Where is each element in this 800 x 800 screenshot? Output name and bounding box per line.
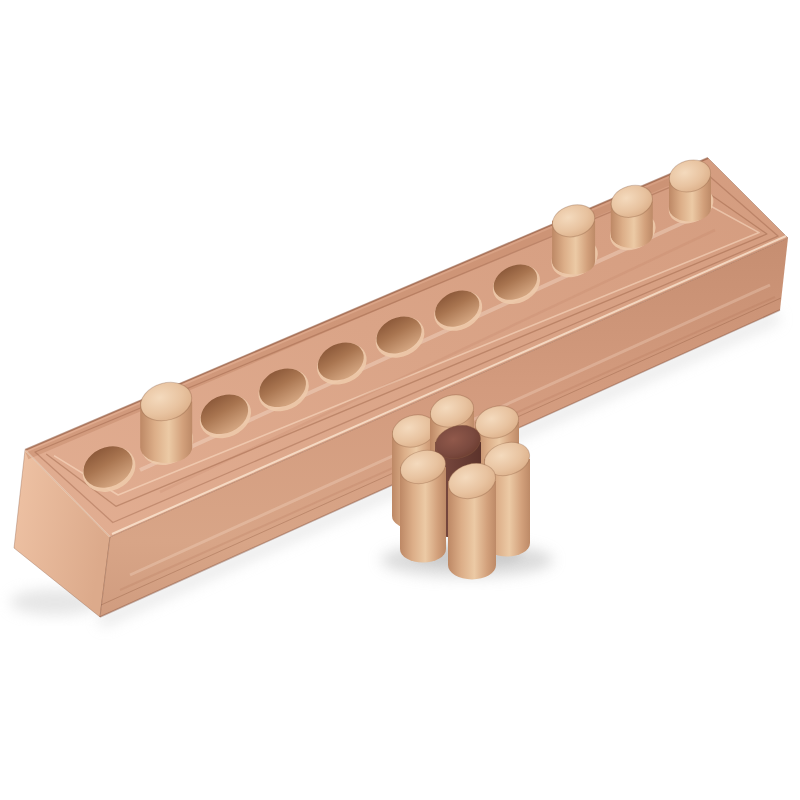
cluster-peg-front-left[interactable] bbox=[396, 445, 449, 562]
loose-peg-cluster bbox=[389, 390, 534, 579]
peg-board-svg bbox=[0, 0, 800, 800]
product-photo-scene bbox=[0, 0, 800, 800]
cluster-peg-front-center[interactable] bbox=[444, 458, 500, 579]
